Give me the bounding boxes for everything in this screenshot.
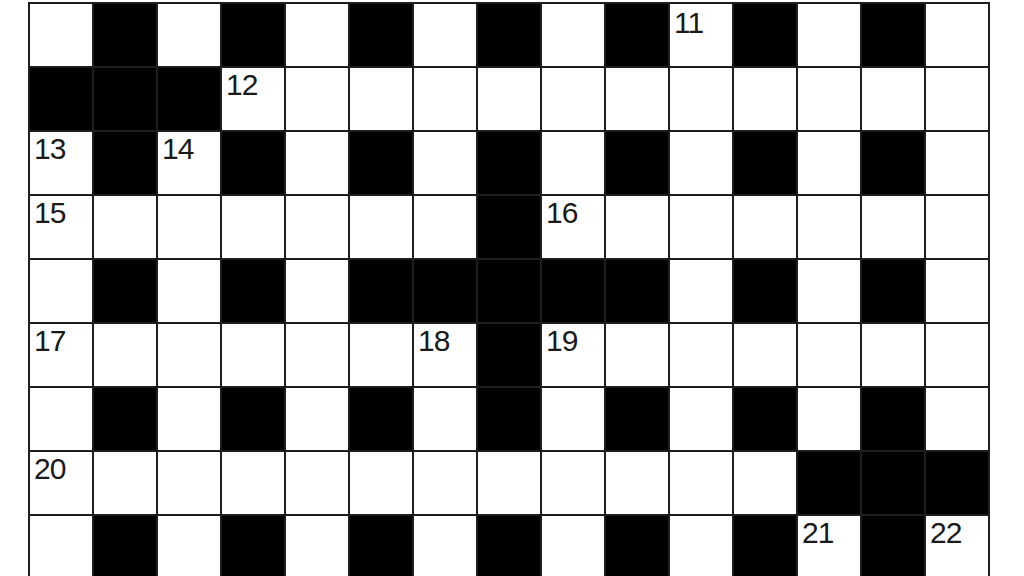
cell-r1c12-block (734, 4, 798, 68)
cell-r9c8-block (478, 516, 542, 576)
cell-r3c10-block (606, 132, 670, 196)
cell-r6c3[interactable] (158, 324, 222, 388)
cell-r3c7[interactable] (414, 132, 478, 196)
cell-r9c5[interactable] (286, 516, 350, 576)
cell-r2c10[interactable] (606, 68, 670, 132)
cell-r5c13[interactable] (798, 260, 862, 324)
cell-r3c11[interactable] (670, 132, 734, 196)
cell-r1c9[interactable] (542, 4, 606, 68)
cell-r2c15[interactable] (926, 68, 990, 132)
cell-r8c5[interactable] (286, 452, 350, 516)
cell-r5c2-block (94, 260, 158, 324)
cell-r1c3[interactable] (158, 4, 222, 68)
cell-r4c6[interactable] (350, 196, 414, 260)
page: { "game": "crossword", "view": "cropped … (0, 0, 1024, 576)
cell-r5c5[interactable] (286, 260, 350, 324)
cell-r4c9[interactable]: 16 (542, 196, 606, 260)
cell-r4c13[interactable] (798, 196, 862, 260)
cell-r2c5[interactable] (286, 68, 350, 132)
cell-r1c1[interactable] (30, 4, 94, 68)
cell-r8c8[interactable] (478, 452, 542, 516)
cell-r7c13[interactable] (798, 388, 862, 452)
cell-r1c7[interactable] (414, 4, 478, 68)
cell-r1c2-block (94, 4, 158, 68)
cell-r7c8-block (478, 388, 542, 452)
cell-r7c10-block (606, 388, 670, 452)
cell-r1c10-block (606, 4, 670, 68)
cell-r2c11[interactable] (670, 68, 734, 132)
cell-r8c4[interactable] (222, 452, 286, 516)
cell-r3c5[interactable] (286, 132, 350, 196)
cell-r2c7[interactable] (414, 68, 478, 132)
cell-r8c12[interactable] (734, 452, 798, 516)
cell-r8c9[interactable] (542, 452, 606, 516)
cell-r7c1[interactable] (30, 388, 94, 452)
cell-r9c1[interactable] (30, 516, 94, 576)
cell-r9c9[interactable] (542, 516, 606, 576)
cell-r9c6-block (350, 516, 414, 576)
cell-r8c14-block (862, 452, 926, 516)
cell-r3c15[interactable] (926, 132, 990, 196)
cell-r7c3[interactable] (158, 388, 222, 452)
clue-number-18: 18 (418, 326, 449, 356)
cell-r2c3-block (158, 68, 222, 132)
clue-number-15: 15 (34, 198, 65, 228)
cell-r4c3[interactable] (158, 196, 222, 260)
cell-r4c4[interactable] (222, 196, 286, 260)
clue-number-19: 19 (546, 326, 577, 356)
cell-r6c14[interactable] (862, 324, 926, 388)
cell-r5c6-block (350, 260, 414, 324)
cell-r9c12-block (734, 516, 798, 576)
cell-r4c8-block (478, 196, 542, 260)
cell-r6c2[interactable] (94, 324, 158, 388)
cell-r7c14-block (862, 388, 926, 452)
clue-number-17: 17 (34, 326, 65, 356)
cell-r7c9[interactable] (542, 388, 606, 452)
cell-r9c11[interactable] (670, 516, 734, 576)
cell-r1c4-block (222, 4, 286, 68)
cell-r4c2[interactable] (94, 196, 158, 260)
cell-r3c3[interactable]: 14 (158, 132, 222, 196)
cell-r6c5[interactable] (286, 324, 350, 388)
cell-r6c12[interactable] (734, 324, 798, 388)
cell-r4c5[interactable] (286, 196, 350, 260)
cell-r6c9[interactable]: 19 (542, 324, 606, 388)
cell-r7c15[interactable] (926, 388, 990, 452)
cell-r2c13[interactable] (798, 68, 862, 132)
cell-r9c2-block (94, 516, 158, 576)
cell-r3c8-block (478, 132, 542, 196)
clue-number-14: 14 (162, 134, 193, 164)
cell-r3c1[interactable]: 13 (30, 132, 94, 196)
clue-number-22: 22 (930, 518, 961, 548)
cell-r8c7[interactable] (414, 452, 478, 516)
cell-r2c1-block (30, 68, 94, 132)
clue-number-21: 21 (802, 518, 833, 548)
cell-r1c15[interactable] (926, 4, 990, 68)
cell-r6c13[interactable] (798, 324, 862, 388)
cell-r9c15[interactable]: 22 (926, 516, 990, 576)
cell-r1c11[interactable]: 11 (670, 4, 734, 68)
cell-r2c14[interactable] (862, 68, 926, 132)
cell-r2c12[interactable] (734, 68, 798, 132)
cell-r7c7[interactable] (414, 388, 478, 452)
clue-number-16: 16 (546, 198, 577, 228)
cell-r9c13[interactable]: 21 (798, 516, 862, 576)
cell-r5c15[interactable] (926, 260, 990, 324)
cell-r6c8-block (478, 324, 542, 388)
cell-r1c6-block (350, 4, 414, 68)
cell-r9c14-block (862, 516, 926, 576)
cell-r6c10[interactable] (606, 324, 670, 388)
cell-r8c1[interactable]: 20 (30, 452, 94, 516)
cell-r2c4[interactable]: 12 (222, 68, 286, 132)
cell-r3c4-block (222, 132, 286, 196)
cell-r2c8[interactable] (478, 68, 542, 132)
cell-r7c2-block (94, 388, 158, 452)
cell-r4c12[interactable] (734, 196, 798, 260)
cell-r4c1[interactable]: 15 (30, 196, 94, 260)
cell-r8c11[interactable] (670, 452, 734, 516)
cell-r8c2[interactable] (94, 452, 158, 516)
cell-r5c7-block (414, 260, 478, 324)
cell-r8c13-block (798, 452, 862, 516)
cell-r5c3[interactable] (158, 260, 222, 324)
cell-r3c12-block (734, 132, 798, 196)
cell-r2c6[interactable] (350, 68, 414, 132)
cell-r2c2-block (94, 68, 158, 132)
cell-r5c12-block (734, 260, 798, 324)
cell-r7c12-block (734, 388, 798, 452)
cell-r7c4-block (222, 388, 286, 452)
cell-r8c10[interactable] (606, 452, 670, 516)
cell-r5c1[interactable] (30, 260, 94, 324)
cell-r3c2-block (94, 132, 158, 196)
cell-r6c7[interactable]: 18 (414, 324, 478, 388)
cell-r6c1[interactable]: 17 (30, 324, 94, 388)
cell-r1c5[interactable] (286, 4, 350, 68)
cell-r4c15[interactable] (926, 196, 990, 260)
cell-r2c9[interactable] (542, 68, 606, 132)
cell-r4c14[interactable] (862, 196, 926, 260)
cell-r3c9[interactable] (542, 132, 606, 196)
cell-r9c3[interactable] (158, 516, 222, 576)
cell-r4c11[interactable] (670, 196, 734, 260)
cell-r9c4-block (222, 516, 286, 576)
clue-number-20: 20 (34, 454, 65, 484)
clue-number-13: 13 (34, 134, 65, 164)
cell-r4c7[interactable] (414, 196, 478, 260)
cell-r5c4-block (222, 260, 286, 324)
cell-r6c6[interactable] (350, 324, 414, 388)
cell-r5c14-block (862, 260, 926, 324)
cell-r5c8-block (478, 260, 542, 324)
clue-number-12: 12 (226, 70, 257, 100)
cell-r1c13[interactable] (798, 4, 862, 68)
crossword-grid: 111213141516171819202122 (28, 2, 990, 576)
cell-r6c4[interactable] (222, 324, 286, 388)
cell-r4c10[interactable] (606, 196, 670, 260)
cell-r6c11[interactable] (670, 324, 734, 388)
cell-r3c6-block (350, 132, 414, 196)
cell-r8c15-block (926, 452, 990, 516)
cell-r5c11[interactable] (670, 260, 734, 324)
cell-r7c11[interactable] (670, 388, 734, 452)
cell-r7c6-block (350, 388, 414, 452)
clue-number-11: 11 (674, 8, 703, 38)
cell-r3c14-block (862, 132, 926, 196)
cell-r3c13[interactable] (798, 132, 862, 196)
cell-r5c10-block (606, 260, 670, 324)
cell-r1c8-block (478, 4, 542, 68)
cell-r6c15[interactable] (926, 324, 990, 388)
cell-r5c9-block (542, 260, 606, 324)
cell-r9c7[interactable] (414, 516, 478, 576)
cell-r8c6[interactable] (350, 452, 414, 516)
cell-r1c14-block (862, 4, 926, 68)
cell-r8c3[interactable] (158, 452, 222, 516)
cell-r7c5[interactable] (286, 388, 350, 452)
cell-r9c10-block (606, 516, 670, 576)
